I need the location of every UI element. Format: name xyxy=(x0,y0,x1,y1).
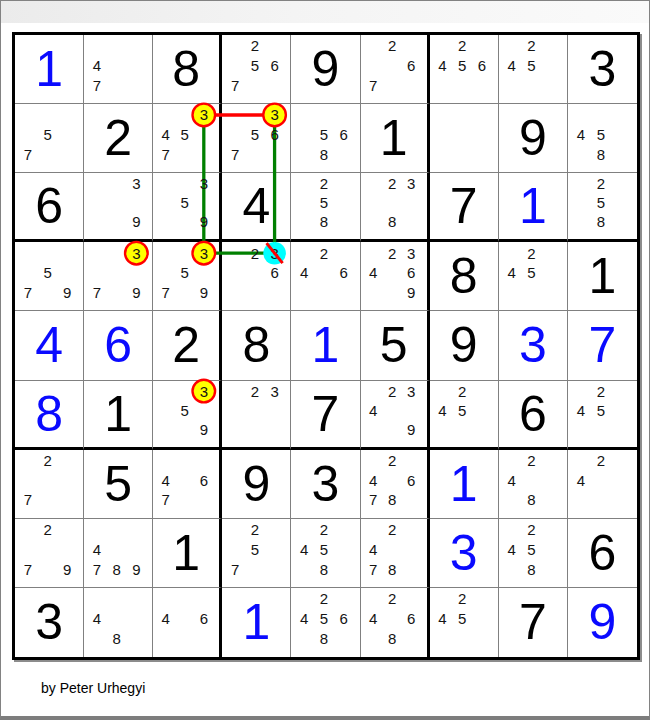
cell-r1c9[interactable]: 3 xyxy=(568,35,637,104)
cell-r8c3[interactable]: 1 xyxy=(153,519,222,588)
cell-r5c8[interactable]: 3 xyxy=(499,311,568,380)
candidate-slot xyxy=(541,559,561,579)
big-digit: 1 xyxy=(568,242,637,310)
candidate-slot xyxy=(402,629,421,649)
cell-r3c1[interactable]: 6 xyxy=(15,173,84,242)
cell-r6c9[interactable]: 245 xyxy=(568,381,637,450)
big-digit: 3 xyxy=(430,519,498,587)
candidate-slot xyxy=(194,125,213,145)
cell-r2c5[interactable]: 568 xyxy=(291,104,360,173)
candidate-grid: 3579 xyxy=(156,243,213,302)
candidate-slot xyxy=(225,105,245,125)
candidate-slot xyxy=(245,105,265,125)
candidate-slot xyxy=(402,539,421,559)
candidate-slot xyxy=(591,105,611,125)
candidate-slot xyxy=(156,401,175,420)
cell-r1c4[interactable]: 2567 xyxy=(222,35,291,104)
candidate-slot xyxy=(521,283,541,303)
candidate-slot xyxy=(472,629,492,649)
candidate-slot xyxy=(107,212,127,231)
candidate-digit: 8 xyxy=(107,629,127,649)
candidate-slot xyxy=(175,589,194,609)
candidate-slot xyxy=(57,145,77,165)
candidate-digit: 6 xyxy=(472,56,492,76)
candidate-slot xyxy=(294,283,314,303)
candidate-slot xyxy=(107,263,127,283)
cell-r5c3[interactable]: 2 xyxy=(153,311,222,380)
candidate-digit: 7 xyxy=(156,283,175,303)
cell-r9c3[interactable]: 46 xyxy=(153,588,222,657)
candidate-slot xyxy=(383,263,402,283)
candidate-slot xyxy=(452,629,472,649)
candidate-slot xyxy=(18,105,38,125)
candidate-digit: 4 xyxy=(294,539,314,559)
cell-r8c2[interactable]: 4789 xyxy=(84,519,153,588)
candidate-slot xyxy=(314,105,334,125)
cell-r8c7[interactable]: 3 xyxy=(430,519,499,588)
candidate-digit: 4 xyxy=(502,470,522,490)
cell-r4c5[interactable]: 246 xyxy=(291,242,360,311)
big-digit: 6 xyxy=(15,173,83,239)
candidate-digit: 5 xyxy=(314,193,334,212)
candidate-grid: 267 xyxy=(364,36,421,95)
candidate-digit: 3 xyxy=(402,174,421,193)
candidate-grid: 24568 xyxy=(294,589,353,649)
cell-r4c2[interactable]: 379 xyxy=(84,242,153,311)
candidate-digit: 7 xyxy=(225,559,245,579)
candidate-slot xyxy=(571,451,591,471)
candidate-slot xyxy=(156,382,175,401)
candidate-slot xyxy=(175,243,194,263)
big-digit: 3 xyxy=(291,450,359,518)
big-digit: 4 xyxy=(222,173,290,239)
cell-r6c4[interactable]: 23 xyxy=(222,381,291,450)
cell-r8c8[interactable]: 2458 xyxy=(499,519,568,588)
cell-r7c2[interactable]: 5 xyxy=(84,450,153,519)
candidate-slot xyxy=(127,609,147,629)
big-digit: 1 xyxy=(222,588,290,657)
candidate-digit: 7 xyxy=(87,75,107,95)
candidate-slot xyxy=(107,539,127,559)
candidate-slot xyxy=(472,105,492,125)
cell-r1c7[interactable]: 2456 xyxy=(430,35,499,104)
candidate-slot xyxy=(38,105,58,125)
candidate-grid: 2456 xyxy=(433,36,492,95)
candidate-digit: 4 xyxy=(87,56,107,76)
cell-r7c3[interactable]: 467 xyxy=(153,450,222,519)
candidate-slot xyxy=(18,243,38,263)
candidate-digit: 7 xyxy=(225,145,245,165)
cell-r4c4[interactable]: 236 xyxy=(222,242,291,311)
candidate-digit: 4 xyxy=(364,470,383,490)
candidate-digit: 2 xyxy=(314,520,334,540)
cell-r6c7[interactable]: 245 xyxy=(430,381,499,450)
cell-r9c6[interactable]: 2468 xyxy=(361,588,430,657)
candidate-slot xyxy=(472,589,492,609)
candidate-slot xyxy=(87,36,107,56)
candidate-slot xyxy=(334,243,354,263)
big-digit: 7 xyxy=(568,311,637,379)
candidate-grid: 47 xyxy=(87,36,146,95)
candidate-digit: 5 xyxy=(452,401,472,420)
big-digit: 4 xyxy=(15,311,83,379)
candidate-digit: 2 xyxy=(521,451,541,471)
candidate-slot xyxy=(502,559,522,579)
cell-r1c2[interactable]: 47 xyxy=(84,35,153,104)
cell-r6c6[interactable]: 2349 xyxy=(361,381,430,450)
candidate-grid: 57 xyxy=(18,105,77,164)
candidate-slot xyxy=(383,193,402,212)
candidate-slot xyxy=(265,75,285,95)
big-digit: 1 xyxy=(430,450,498,518)
candidate-digit: 3 xyxy=(402,243,421,263)
cell-r5c7[interactable]: 9 xyxy=(430,311,499,380)
candidate-slot xyxy=(383,75,402,95)
candidate-digit: 5 xyxy=(175,263,194,283)
cell-r7c8[interactable]: 248 xyxy=(499,450,568,519)
candidate-grid: 568 xyxy=(294,105,353,164)
cell-r4c6[interactable]: 23469 xyxy=(361,242,430,311)
candidate-grid: 579 xyxy=(18,243,77,302)
candidate-digit: 7 xyxy=(18,145,38,165)
candidate-slot xyxy=(452,75,472,95)
cell-r8c9[interactable]: 6 xyxy=(568,519,637,588)
candidate-digit: 8 xyxy=(314,145,334,165)
candidate-grid: 24678 xyxy=(364,451,421,510)
candidate-digit: 7 xyxy=(87,559,107,579)
candidate-slot xyxy=(107,193,127,212)
candidate-digit: 2 xyxy=(245,243,265,263)
candidate-slot xyxy=(541,36,561,56)
cell-r9c8[interactable]: 7 xyxy=(499,588,568,657)
cell-r7c9[interactable]: 24 xyxy=(568,450,637,519)
candidate-slot xyxy=(541,470,561,490)
candidate-slot xyxy=(245,401,265,420)
candidate-slot xyxy=(502,283,522,303)
candidate-grid: 248 xyxy=(502,451,561,510)
candidate-slot xyxy=(225,263,245,283)
candidate-slot xyxy=(611,382,631,401)
candidate-digit: 4 xyxy=(502,539,522,559)
cell-r6c3[interactable]: 359 xyxy=(153,381,222,450)
cell-r2c1[interactable]: 57 xyxy=(15,104,84,173)
candidate-slot xyxy=(175,609,194,629)
cell-r9c9[interactable]: 9 xyxy=(568,588,637,657)
candidate-digit: 2 xyxy=(383,243,402,263)
cell-r2c4[interactable]: 3567 xyxy=(222,104,291,173)
cell-r7c4[interactable]: 9 xyxy=(222,450,291,519)
candidate-slot xyxy=(472,420,492,439)
candidate-grid: 2458 xyxy=(502,520,561,579)
candidate-digit: 2 xyxy=(383,174,402,193)
candidate-digit: 2 xyxy=(383,36,402,56)
candidate-slot xyxy=(57,243,77,263)
candidate-slot xyxy=(571,212,591,231)
candidate-slot xyxy=(245,145,265,165)
candidate-slot xyxy=(294,145,314,165)
candidate-slot xyxy=(611,490,631,510)
cell-r5c9[interactable]: 7 xyxy=(568,311,637,380)
candidate-slot xyxy=(541,56,561,76)
big-digit: 6 xyxy=(84,311,152,379)
candidate-slot xyxy=(402,520,421,540)
candidate-digit: 2 xyxy=(452,382,472,401)
cell-r9c1[interactable]: 3 xyxy=(15,588,84,657)
candidate-digit: 6 xyxy=(402,56,421,76)
big-digit: 7 xyxy=(499,588,567,657)
candidate-slot xyxy=(57,539,77,559)
cell-r3c7[interactable]: 7 xyxy=(430,173,499,242)
cell-r1c3[interactable]: 8 xyxy=(153,35,222,104)
cell-r6c5[interactable]: 7 xyxy=(291,381,360,450)
candidate-slot xyxy=(18,451,38,471)
candidate-digit: 6 xyxy=(334,263,354,283)
candidate-slot xyxy=(265,283,285,303)
candidate-slot xyxy=(364,56,383,76)
candidate-grid: 23 xyxy=(225,382,284,439)
cell-r3c4[interactable]: 4 xyxy=(222,173,291,242)
candidate-digit: 5 xyxy=(245,56,265,76)
candidate-digit: 5 xyxy=(591,125,611,145)
cell-r7c6[interactable]: 24678 xyxy=(361,450,430,519)
candidate-slot xyxy=(472,401,492,420)
candidate-digit: 4 xyxy=(571,401,591,420)
candidate-slot xyxy=(294,125,314,145)
candidate-slot xyxy=(521,470,541,490)
candidate-grid: 458 xyxy=(571,105,631,164)
candidate-grid: 379 xyxy=(87,243,146,302)
candidate-slot xyxy=(38,470,58,490)
cell-r3c2[interactable]: 39 xyxy=(84,173,153,242)
candidate-slot xyxy=(175,283,194,303)
big-digit: 7 xyxy=(291,381,359,447)
cell-r5c4[interactable]: 8 xyxy=(222,311,291,380)
candidate-digit: 3 xyxy=(127,243,147,263)
candidate-digit: 7 xyxy=(18,283,38,303)
cell-r3c8[interactable]: 1 xyxy=(499,173,568,242)
candidate-slot xyxy=(611,470,631,490)
candidate-slot xyxy=(156,263,175,283)
candidate-digit: 6 xyxy=(194,609,213,629)
candidate-slot xyxy=(38,539,58,559)
cell-r2c3[interactable]: 3457 xyxy=(153,104,222,173)
cell-r3c9[interactable]: 258 xyxy=(568,173,637,242)
cell-r8c5[interactable]: 2458 xyxy=(291,519,360,588)
candidate-slot xyxy=(402,212,421,231)
candidate-digit: 6 xyxy=(265,56,285,76)
candidate-slot xyxy=(194,401,213,420)
candidate-grid: 245 xyxy=(502,243,561,302)
candidate-slot xyxy=(383,401,402,420)
candidate-slot xyxy=(402,75,421,95)
candidate-slot xyxy=(194,490,213,510)
candidate-digit: 8 xyxy=(314,629,334,649)
cell-r4c1[interactable]: 579 xyxy=(15,242,84,311)
cell-r1c1[interactable]: 1 xyxy=(15,35,84,104)
cell-r4c9[interactable]: 1 xyxy=(568,242,637,311)
candidate-digit: 2 xyxy=(383,451,402,471)
candidate-slot xyxy=(294,520,314,540)
candidate-digit: 4 xyxy=(294,609,314,629)
cell-r5c1[interactable]: 4 xyxy=(15,311,84,380)
candidate-slot xyxy=(364,520,383,540)
cell-r1c6[interactable]: 267 xyxy=(361,35,430,104)
candidate-slot xyxy=(402,193,421,212)
candidate-slot xyxy=(175,629,194,649)
candidate-slot xyxy=(433,420,453,439)
candidate-digit: 7 xyxy=(18,490,38,510)
cell-r9c4[interactable]: 1 xyxy=(222,588,291,657)
candidate-slot xyxy=(364,36,383,56)
cell-r2c6[interactable]: 1 xyxy=(361,104,430,173)
candidate-slot xyxy=(611,193,631,212)
cell-r8c4[interactable]: 257 xyxy=(222,519,291,588)
candidate-slot xyxy=(541,539,561,559)
candidate-slot xyxy=(433,589,453,609)
candidate-slot xyxy=(502,490,522,510)
cell-r2c8[interactable]: 9 xyxy=(499,104,568,173)
candidate-slot xyxy=(314,283,334,303)
cell-r2c9[interactable]: 458 xyxy=(568,104,637,173)
candidate-slot xyxy=(402,490,421,510)
candidate-slot xyxy=(156,451,175,471)
candidate-slot xyxy=(245,283,265,303)
candidate-slot xyxy=(127,520,147,540)
candidate-slot xyxy=(87,263,107,283)
candidate-grid: 2567 xyxy=(225,36,284,95)
candidate-slot xyxy=(571,490,591,510)
candidate-digit: 6 xyxy=(194,470,213,490)
candidate-slot xyxy=(611,212,631,231)
candidate-slot xyxy=(18,263,38,283)
candidate-digit: 5 xyxy=(175,125,194,145)
candidate-slot xyxy=(194,629,213,649)
big-digit: 3 xyxy=(499,311,567,379)
cell-r7c7[interactable]: 1 xyxy=(430,450,499,519)
candidate-slot xyxy=(87,212,107,231)
cell-r5c5[interactable]: 1 xyxy=(291,311,360,380)
candidate-digit: 7 xyxy=(364,75,383,95)
candidate-slot xyxy=(334,559,354,579)
candidate-slot xyxy=(225,382,245,401)
candidate-slot xyxy=(402,451,421,471)
cell-r9c7[interactable]: 245 xyxy=(430,588,499,657)
candidate-slot xyxy=(334,193,354,212)
sudoku-board[interactable]: 1478256792672456245357234573567568194586… xyxy=(12,32,640,660)
cell-r6c1[interactable]: 8 xyxy=(15,381,84,450)
candidate-digit: 4 xyxy=(364,539,383,559)
candidate-slot xyxy=(571,193,591,212)
candidate-slot xyxy=(156,212,175,231)
candidate-slot xyxy=(225,539,245,559)
candidate-slot xyxy=(38,490,58,510)
candidate-slot xyxy=(175,470,194,490)
candidate-slot xyxy=(591,470,611,490)
candidate-grid: 238 xyxy=(364,174,421,231)
candidate-slot xyxy=(433,36,453,56)
candidate-grid xyxy=(433,105,492,164)
cell-r9c2[interactable]: 48 xyxy=(84,588,153,657)
candidate-digit: 5 xyxy=(521,539,541,559)
candidate-grid: 4789 xyxy=(87,520,146,579)
candidate-slot xyxy=(334,145,354,165)
cell-r6c2[interactable]: 1 xyxy=(84,381,153,450)
candidate-slot xyxy=(156,629,175,649)
candidate-slot xyxy=(107,520,127,540)
cell-r7c1[interactable]: 27 xyxy=(15,450,84,519)
candidate-grid: 24 xyxy=(571,451,631,510)
big-digit: 9 xyxy=(430,311,498,379)
big-digit: 8 xyxy=(153,35,219,103)
candidate-slot xyxy=(107,56,127,76)
candidate-slot xyxy=(334,174,354,193)
candidate-slot xyxy=(265,559,285,579)
cell-r8c1[interactable]: 279 xyxy=(15,519,84,588)
cell-r3c6[interactable]: 238 xyxy=(361,173,430,242)
cell-r4c7[interactable]: 8 xyxy=(430,242,499,311)
cell-r5c6[interactable]: 5 xyxy=(361,311,430,380)
candidate-digit: 4 xyxy=(364,263,383,283)
candidate-slot xyxy=(87,629,107,649)
candidate-digit: 2 xyxy=(521,243,541,263)
candidate-slot xyxy=(107,609,127,629)
candidate-slot xyxy=(38,243,58,263)
candidate-digit: 3 xyxy=(194,243,213,263)
candidate-digit: 5 xyxy=(521,56,541,76)
candidate-digit: 4 xyxy=(433,401,453,420)
candidate-slot xyxy=(107,75,127,95)
candidate-digit: 3 xyxy=(265,105,285,125)
cell-r1c5[interactable]: 9 xyxy=(291,35,360,104)
cell-r1c8[interactable]: 245 xyxy=(499,35,568,104)
candidate-digit: 7 xyxy=(364,490,383,510)
cell-r5c2[interactable]: 6 xyxy=(84,311,153,380)
cell-r2c2[interactable]: 2 xyxy=(84,104,153,173)
candidate-grid: 245 xyxy=(433,589,492,649)
candidate-slot xyxy=(314,263,334,283)
candidate-slot xyxy=(245,559,265,579)
cell-r3c3[interactable]: 359 xyxy=(153,173,222,242)
big-digit: 1 xyxy=(291,311,359,379)
candidate-slot xyxy=(334,212,354,231)
candidate-slot xyxy=(194,145,213,165)
cell-r4c8[interactable]: 245 xyxy=(499,242,568,311)
candidate-slot xyxy=(334,629,354,649)
candidate-slot xyxy=(225,520,245,540)
candidate-grid: 245 xyxy=(433,382,492,439)
cell-r6c8[interactable]: 6 xyxy=(499,381,568,450)
candidate-slot xyxy=(383,420,402,439)
candidate-slot xyxy=(265,36,285,56)
candidate-digit: 9 xyxy=(127,283,147,303)
big-digit: 3 xyxy=(15,588,83,657)
candidate-slot xyxy=(364,174,383,193)
cell-r7c5[interactable]: 3 xyxy=(291,450,360,519)
cell-r8c6[interactable]: 2478 xyxy=(361,519,430,588)
cell-r4c3[interactable]: 3579 xyxy=(153,242,222,311)
candidate-slot xyxy=(334,589,354,609)
candidate-slot xyxy=(127,589,147,609)
candidate-digit: 5 xyxy=(38,125,58,145)
candidate-grid: 246 xyxy=(294,243,353,302)
cell-r3c5[interactable]: 258 xyxy=(291,173,360,242)
candidate-slot xyxy=(541,243,561,263)
cell-r9c5[interactable]: 24568 xyxy=(291,588,360,657)
candidate-digit: 2 xyxy=(245,382,265,401)
candidate-digit: 2 xyxy=(314,243,334,263)
cell-r2c7[interactable] xyxy=(430,104,499,173)
candidate-slot xyxy=(175,145,194,165)
